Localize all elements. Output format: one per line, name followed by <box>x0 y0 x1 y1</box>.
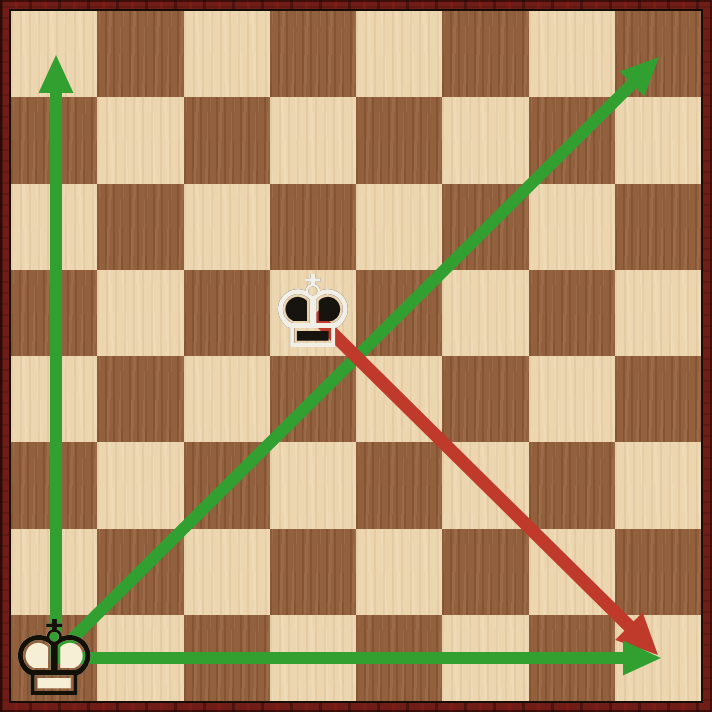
arrow-d5-h1 <box>314 315 658 655</box>
chess-diagram: ♚ ♔ ♚ ♔ <box>0 0 712 712</box>
arrow-a1-a8-head <box>39 55 74 93</box>
black-king[interactable]: ♚ ♔ <box>270 270 356 356</box>
black-king-outline: ♔ <box>268 263 358 363</box>
white-king[interactable]: ♚ ♔ <box>11 616 97 702</box>
white-king-outline: ♔ <box>8 607 101 711</box>
arrow-d5-h1-shaft <box>314 315 632 629</box>
arrow-a1-a8 <box>39 55 74 660</box>
arrow-a1-h1 <box>54 641 661 676</box>
